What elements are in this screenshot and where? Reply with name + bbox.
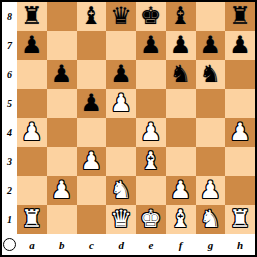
square-h3[interactable] [225, 147, 255, 176]
white-knight-g1[interactable]: ♞ [200, 207, 222, 231]
file-label-b: b [47, 234, 77, 255]
chess-board: 8♜♝♛♚♝♜7♟♟♟♟♟6♟♟♞♞5♟♟4♟♟♟3♟♝2♟♞♟♟1♜♛♚♝♞♜… [2, 2, 255, 255]
rank-label-8: 8 [2, 2, 17, 31]
square-b6[interactable]: ♟ [47, 60, 77, 89]
white-rook-h1[interactable]: ♜ [229, 207, 251, 231]
square-g8[interactable] [196, 2, 226, 31]
square-g2[interactable]: ♟ [196, 176, 226, 205]
file-label-h: h [225, 234, 255, 255]
black-bishop-f8[interactable]: ♝ [170, 4, 192, 28]
square-d4[interactable] [106, 118, 136, 147]
square-b1[interactable] [47, 205, 77, 234]
square-a5[interactable] [17, 89, 47, 118]
square-b8[interactable] [47, 2, 77, 31]
square-d8[interactable]: ♛ [106, 2, 136, 31]
square-e8[interactable]: ♚ [136, 2, 166, 31]
rank-label-1: 1 [2, 205, 17, 234]
square-c5[interactable]: ♟ [77, 89, 107, 118]
rank-label-4: 4 [2, 118, 17, 147]
file-label-f: f [166, 234, 196, 255]
square-c7[interactable] [77, 31, 107, 60]
black-knight-g6[interactable]: ♞ [200, 62, 222, 86]
square-a8[interactable]: ♜ [17, 2, 47, 31]
square-d3[interactable] [106, 147, 136, 176]
square-h7[interactable]: ♟ [225, 31, 255, 60]
square-c8[interactable]: ♝ [77, 2, 107, 31]
square-f5[interactable] [166, 89, 196, 118]
black-rook-h8[interactable]: ♜ [229, 4, 251, 28]
rank-label-2: 2 [2, 176, 17, 205]
square-c4[interactable] [77, 118, 107, 147]
white-pawn-b2[interactable]: ♟ [51, 178, 73, 202]
square-a2[interactable] [17, 176, 47, 205]
black-pawn-e7[interactable]: ♟ [140, 33, 162, 57]
square-e7[interactable]: ♟ [136, 31, 166, 60]
square-f8[interactable]: ♝ [166, 2, 196, 31]
square-f3[interactable] [166, 147, 196, 176]
square-b5[interactable] [47, 89, 77, 118]
square-b7[interactable] [47, 31, 77, 60]
square-e1[interactable]: ♚ [136, 205, 166, 234]
black-pawn-a7[interactable]: ♟ [21, 33, 43, 57]
square-g5[interactable] [196, 89, 226, 118]
square-a4[interactable]: ♟ [17, 118, 47, 147]
square-h1[interactable]: ♜ [225, 205, 255, 234]
white-pawn-h4[interactable]: ♟ [229, 120, 251, 144]
square-g7[interactable]: ♟ [196, 31, 226, 60]
square-h6[interactable] [225, 60, 255, 89]
square-g1[interactable]: ♞ [196, 205, 226, 234]
square-b3[interactable] [47, 147, 77, 176]
black-pawn-b6[interactable]: ♟ [51, 62, 73, 86]
file-label-a: a [17, 234, 47, 255]
black-bishop-c8[interactable]: ♝ [81, 4, 103, 28]
side-to-move-corner [2, 234, 17, 255]
square-h5[interactable] [225, 89, 255, 118]
square-d2[interactable]: ♞ [106, 176, 136, 205]
black-pawn-d6[interactable]: ♟ [110, 62, 132, 86]
square-a7[interactable]: ♟ [17, 31, 47, 60]
white-to-move-indicator [3, 238, 16, 251]
square-b2[interactable]: ♟ [47, 176, 77, 205]
square-h4[interactable]: ♟ [225, 118, 255, 147]
square-d1[interactable]: ♛ [106, 205, 136, 234]
square-e6[interactable] [136, 60, 166, 89]
square-a6[interactable] [17, 60, 47, 89]
square-c2[interactable] [77, 176, 107, 205]
white-knight-d2[interactable]: ♞ [110, 178, 132, 202]
black-pawn-f7[interactable]: ♟ [170, 33, 192, 57]
rank-label-7: 7 [2, 31, 17, 60]
square-f4[interactable] [166, 118, 196, 147]
white-rook-a1[interactable]: ♜ [21, 207, 43, 231]
square-e4[interactable]: ♟ [136, 118, 166, 147]
square-d6[interactable]: ♟ [106, 60, 136, 89]
square-d7[interactable] [106, 31, 136, 60]
square-f1[interactable]: ♝ [166, 205, 196, 234]
square-e3[interactable]: ♝ [136, 147, 166, 176]
square-e5[interactable] [136, 89, 166, 118]
square-d5[interactable]: ♟ [106, 89, 136, 118]
rank-label-6: 6 [2, 60, 17, 89]
white-pawn-g2[interactable]: ♟ [200, 178, 222, 202]
file-label-d: d [106, 234, 136, 255]
square-a3[interactable] [17, 147, 47, 176]
white-pawn-e4[interactable]: ♟ [140, 120, 162, 144]
white-queen-d1[interactable]: ♛ [110, 207, 132, 231]
square-h8[interactable]: ♜ [225, 2, 255, 31]
rank-label-3: 3 [2, 147, 17, 176]
square-h2[interactable] [225, 176, 255, 205]
white-pawn-a4[interactable]: ♟ [21, 120, 43, 144]
white-pawn-f2[interactable]: ♟ [170, 178, 192, 202]
file-label-e: e [136, 234, 166, 255]
square-g6[interactable]: ♞ [196, 60, 226, 89]
square-e2[interactable] [136, 176, 166, 205]
black-king-e8[interactable]: ♚ [140, 4, 162, 28]
square-g3[interactable] [196, 147, 226, 176]
white-bishop-f1[interactable]: ♝ [170, 207, 192, 231]
rank-label-5: 5 [2, 89, 17, 118]
square-c6[interactable] [77, 60, 107, 89]
square-f7[interactable]: ♟ [166, 31, 196, 60]
square-f6[interactable]: ♞ [166, 60, 196, 89]
black-queen-d8[interactable]: ♛ [110, 4, 132, 28]
square-c3[interactable]: ♟ [77, 147, 107, 176]
square-b4[interactable] [47, 118, 77, 147]
chess-diagram: 8♜♝♛♚♝♜7♟♟♟♟♟6♟♟♞♞5♟♟4♟♟♟3♟♝2♟♞♟♟1♜♛♚♝♞♜… [0, 0, 257, 257]
square-a1[interactable]: ♜ [17, 205, 47, 234]
white-pawn-c3[interactable]: ♟ [81, 149, 103, 173]
black-pawn-c5[interactable]: ♟ [81, 91, 103, 115]
file-label-c: c [77, 234, 107, 255]
white-king-e1[interactable]: ♚ [140, 207, 162, 231]
square-c1[interactable] [77, 205, 107, 234]
black-pawn-g7[interactable]: ♟ [200, 33, 222, 57]
black-pawn-h7[interactable]: ♟ [229, 33, 251, 57]
white-bishop-e3[interactable]: ♝ [140, 149, 162, 173]
square-f2[interactable]: ♟ [166, 176, 196, 205]
file-label-g: g [196, 234, 226, 255]
white-pawn-d5[interactable]: ♟ [110, 91, 132, 115]
square-g4[interactable] [196, 118, 226, 147]
black-knight-f6[interactable]: ♞ [170, 62, 192, 86]
black-rook-a8[interactable]: ♜ [21, 4, 43, 28]
